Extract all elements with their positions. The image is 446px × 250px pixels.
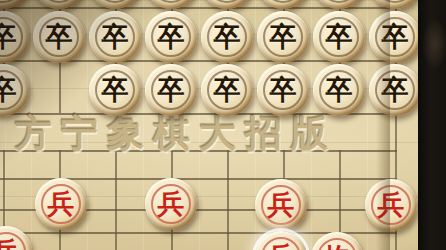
piece-black-pawn[interactable]: 卒 — [313, 11, 365, 63]
piece-black-pawn[interactable]: 卒 — [257, 11, 309, 63]
black-piece-glyph: 卒 — [270, 76, 297, 103]
piece-red-pawn[interactable]: 兵 — [365, 179, 417, 231]
xiangqi-board[interactable]: 方宁象棋大招版 卒卒卒卒卒卒卒卒卒卒卒卒卒卒卒卒卒卒卒卒卒卒卒兵兵兵兵兵兵炮 — [0, 0, 418, 250]
piece-black-pawn[interactable]: 卒 — [313, 64, 365, 116]
red-piece-glyph: 兵 — [158, 190, 185, 217]
red-piece-glyph: 兵 — [268, 243, 295, 250]
piece-black-pawn[interactable]: 卒 — [145, 64, 197, 116]
red-piece-glyph: 兵 — [0, 238, 20, 250]
piece-red-pawn[interactable]: 兵 — [35, 178, 87, 230]
piece-black-pawn[interactable]: 卒 — [257, 64, 309, 116]
black-piece-glyph: 卒 — [326, 76, 353, 103]
black-piece-glyph: 卒 — [326, 23, 353, 50]
piece-red-pawn[interactable]: 兵 — [145, 178, 197, 230]
piece-black-pawn[interactable]: 卒 — [201, 11, 253, 63]
piece-black-pawn[interactable]: 卒 — [89, 64, 141, 116]
black-piece-glyph: 卒 — [158, 76, 185, 103]
red-piece-glyph: 兵 — [48, 190, 75, 217]
black-piece-glyph: 卒 — [214, 23, 241, 50]
black-piece-glyph: 卒 — [0, 76, 17, 103]
piece-black-pawn[interactable]: 卒 — [145, 11, 197, 63]
black-piece-glyph: 卒 — [102, 23, 129, 50]
game-screen: 方宁象棋大招版 卒卒卒卒卒卒卒卒卒卒卒卒卒卒卒卒卒卒卒卒卒卒卒兵兵兵兵兵兵炮 — [0, 0, 446, 250]
black-piece-glyph: 卒 — [102, 76, 129, 103]
river-watermark-text: 方宁象棋大招版 — [15, 109, 337, 159]
grid-v-line — [227, 150, 229, 250]
screen-dark-border — [418, 0, 446, 250]
red-piece-glyph: 炮 — [324, 244, 351, 250]
piece-black-pawn[interactable]: 卒 — [89, 11, 141, 63]
black-piece-glyph: 卒 — [158, 23, 185, 50]
black-piece-glyph: 卒 — [46, 23, 73, 50]
grid-v-line — [115, 150, 117, 250]
board-right-edge-shadow — [376, 0, 390, 250]
grid-v-line — [395, 113, 397, 150]
black-piece-glyph: 卒 — [0, 23, 17, 50]
black-piece-glyph: 卒 — [214, 76, 241, 103]
piece-red-pawn[interactable]: 兵 — [255, 179, 307, 231]
piece-black-pawn[interactable]: 卒 — [33, 11, 85, 63]
piece-black-pawn[interactable]: 卒 — [201, 64, 253, 116]
black-piece-glyph: 卒 — [270, 23, 297, 50]
red-piece-glyph: 兵 — [268, 191, 295, 218]
